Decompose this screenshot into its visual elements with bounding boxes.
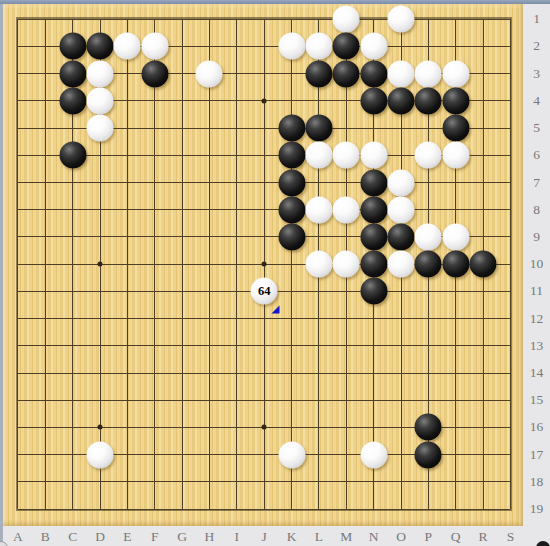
intersection-D19[interactable] [86,496,113,523]
intersection-M13[interactable] [333,332,360,359]
intersection-O9[interactable] [387,223,414,250]
intersection-B15[interactable] [32,387,59,414]
intersection-C7[interactable] [59,169,86,196]
intersection-S15[interactable] [497,387,524,414]
intersection-E19[interactable] [114,496,141,523]
intersection-B1[interactable] [32,6,59,33]
intersection-K4[interactable] [278,87,305,114]
intersection-G7[interactable] [168,169,195,196]
intersection-D9[interactable] [86,223,113,250]
intersection-G16[interactable] [168,414,195,441]
intersection-K6[interactable] [278,142,305,169]
intersection-E4[interactable] [114,87,141,114]
intersection-G3[interactable] [168,60,195,87]
intersection-M15[interactable] [333,387,360,414]
intersection-B7[interactable] [32,169,59,196]
intersection-D2[interactable] [86,33,113,60]
intersection-J8[interactable] [251,196,278,223]
intersection-I9[interactable] [223,223,250,250]
intersection-G13[interactable] [168,332,195,359]
intersection-C2[interactable] [59,33,86,60]
intersection-J9[interactable] [251,223,278,250]
intersection-Q4[interactable] [442,87,469,114]
intersection-O8[interactable] [387,196,414,223]
intersection-S6[interactable] [497,142,524,169]
intersection-K5[interactable] [278,114,305,141]
intersection-C13[interactable] [59,332,86,359]
intersection-I1[interactable] [223,6,250,33]
intersection-B12[interactable] [32,305,59,332]
intersection-A12[interactable] [4,305,31,332]
intersection-I2[interactable] [223,33,250,60]
intersection-G18[interactable] [168,468,195,495]
intersection-A3[interactable] [4,60,31,87]
intersection-D15[interactable] [86,387,113,414]
intersection-N18[interactable] [360,468,387,495]
intersection-A19[interactable] [4,496,31,523]
intersection-D7[interactable] [86,169,113,196]
intersection-I18[interactable] [223,468,250,495]
intersection-O3[interactable] [387,60,414,87]
intersection-M18[interactable] [333,468,360,495]
intersection-C3[interactable] [59,60,86,87]
intersection-R15[interactable] [469,387,496,414]
intersection-C18[interactable] [59,468,86,495]
intersection-E14[interactable] [114,359,141,386]
intersection-F13[interactable] [141,332,168,359]
intersection-N11[interactable] [360,278,387,305]
intersection-I3[interactable] [223,60,250,87]
intersection-E8[interactable] [114,196,141,223]
intersection-C15[interactable] [59,387,86,414]
intersection-O14[interactable] [387,359,414,386]
intersection-B2[interactable] [32,33,59,60]
intersection-I12[interactable] [223,305,250,332]
intersection-A16[interactable] [4,414,31,441]
intersection-L11[interactable] [305,278,332,305]
intersection-B3[interactable] [32,60,59,87]
intersection-P1[interactable] [415,6,442,33]
intersection-S14[interactable] [497,359,524,386]
intersection-L1[interactable] [305,6,332,33]
intersection-R17[interactable] [469,441,496,468]
intersection-O4[interactable] [387,87,414,114]
intersection-K17[interactable] [278,441,305,468]
intersection-B4[interactable] [32,87,59,114]
intersection-C16[interactable] [59,414,86,441]
intersection-C5[interactable] [59,114,86,141]
intersection-E1[interactable] [114,6,141,33]
intersection-F14[interactable] [141,359,168,386]
intersection-H18[interactable] [196,468,223,495]
intersection-M12[interactable] [333,305,360,332]
intersection-K2[interactable] [278,33,305,60]
intersection-N6[interactable] [360,142,387,169]
intersection-E16[interactable] [114,414,141,441]
intersection-Q2[interactable] [442,33,469,60]
intersection-H10[interactable] [196,251,223,278]
intersection-A4[interactable] [4,87,31,114]
intersection-G14[interactable] [168,359,195,386]
intersection-K14[interactable] [278,359,305,386]
intersection-Q11[interactable] [442,278,469,305]
intersection-O19[interactable] [387,496,414,523]
intersection-M8[interactable] [333,196,360,223]
intersection-S8[interactable] [497,196,524,223]
intersection-H5[interactable] [196,114,223,141]
intersection-P15[interactable] [415,387,442,414]
intersection-I19[interactable] [223,496,250,523]
intersection-Q13[interactable] [442,332,469,359]
intersection-A18[interactable] [4,468,31,495]
intersection-K10[interactable] [278,251,305,278]
intersection-Q16[interactable] [442,414,469,441]
intersection-A13[interactable] [4,332,31,359]
intersection-I13[interactable] [223,332,250,359]
intersection-H8[interactable] [196,196,223,223]
intersection-P11[interactable] [415,278,442,305]
intersection-S17[interactable] [497,441,524,468]
intersection-L3[interactable] [305,60,332,87]
intersection-S10[interactable] [497,251,524,278]
intersection-B10[interactable] [32,251,59,278]
intersection-L18[interactable] [305,468,332,495]
intersection-J19[interactable] [251,496,278,523]
intersection-B14[interactable] [32,359,59,386]
intersection-M17[interactable] [333,441,360,468]
intersection-E17[interactable] [114,441,141,468]
intersection-R8[interactable] [469,196,496,223]
intersection-B18[interactable] [32,468,59,495]
intersection-J11[interactable]: 64 [251,278,278,305]
intersection-K12[interactable] [278,305,305,332]
intersection-F16[interactable] [141,414,168,441]
intersection-P19[interactable] [415,496,442,523]
intersection-E5[interactable] [114,114,141,141]
intersection-P18[interactable] [415,468,442,495]
intersection-H11[interactable] [196,278,223,305]
intersection-Q10[interactable] [442,251,469,278]
intersection-F10[interactable] [141,251,168,278]
intersection-M11[interactable] [333,278,360,305]
intersection-A10[interactable] [4,251,31,278]
intersection-O5[interactable] [387,114,414,141]
intersection-Q7[interactable] [442,169,469,196]
intersection-R1[interactable] [469,6,496,33]
intersection-H14[interactable] [196,359,223,386]
intersection-S5[interactable] [497,114,524,141]
intersection-S9[interactable] [497,223,524,250]
intersection-C12[interactable] [59,305,86,332]
intersection-K18[interactable] [278,468,305,495]
intersection-Q19[interactable] [442,496,469,523]
intersection-J6[interactable] [251,142,278,169]
intersection-Q15[interactable] [442,387,469,414]
intersection-R9[interactable] [469,223,496,250]
intersection-O16[interactable] [387,414,414,441]
intersection-J13[interactable] [251,332,278,359]
intersection-P5[interactable] [415,114,442,141]
intersection-F1[interactable] [141,6,168,33]
intersection-P7[interactable] [415,169,442,196]
intersection-Q1[interactable] [442,6,469,33]
intersection-L8[interactable] [305,196,332,223]
intersection-R10[interactable] [469,251,496,278]
intersection-S2[interactable] [497,33,524,60]
intersection-E11[interactable] [114,278,141,305]
intersection-E13[interactable] [114,332,141,359]
intersection-P4[interactable] [415,87,442,114]
intersection-L5[interactable] [305,114,332,141]
intersection-O1[interactable] [387,6,414,33]
intersection-G15[interactable] [168,387,195,414]
intersection-E7[interactable] [114,169,141,196]
intersection-D16[interactable] [86,414,113,441]
intersection-O2[interactable] [387,33,414,60]
intersection-R2[interactable] [469,33,496,60]
intersection-F12[interactable] [141,305,168,332]
intersection-M19[interactable] [333,496,360,523]
intersection-H13[interactable] [196,332,223,359]
intersection-K11[interactable] [278,278,305,305]
intersection-J14[interactable] [251,359,278,386]
intersection-J7[interactable] [251,169,278,196]
intersection-M7[interactable] [333,169,360,196]
intersection-E6[interactable] [114,142,141,169]
intersection-O18[interactable] [387,468,414,495]
intersection-G17[interactable] [168,441,195,468]
intersection-C4[interactable] [59,87,86,114]
intersection-I6[interactable] [223,142,250,169]
intersection-A7[interactable] [4,169,31,196]
intersection-C8[interactable] [59,196,86,223]
intersection-N17[interactable] [360,441,387,468]
intersection-B8[interactable] [32,196,59,223]
intersection-I14[interactable] [223,359,250,386]
intersection-F19[interactable] [141,496,168,523]
intersection-H4[interactable] [196,87,223,114]
intersection-M9[interactable] [333,223,360,250]
intersection-A17[interactable] [4,441,31,468]
intersection-N1[interactable] [360,6,387,33]
intersection-K8[interactable] [278,196,305,223]
intersection-B9[interactable] [32,223,59,250]
intersection-P17[interactable] [415,441,442,468]
intersection-M5[interactable] [333,114,360,141]
intersection-H12[interactable] [196,305,223,332]
intersection-J5[interactable] [251,114,278,141]
intersection-F11[interactable] [141,278,168,305]
intersection-I7[interactable] [223,169,250,196]
intersection-E18[interactable] [114,468,141,495]
intersection-E2[interactable] [114,33,141,60]
intersection-M6[interactable] [333,142,360,169]
intersection-K7[interactable] [278,169,305,196]
intersection-G8[interactable] [168,196,195,223]
intersection-F3[interactable] [141,60,168,87]
intersection-D17[interactable] [86,441,113,468]
intersection-S13[interactable] [497,332,524,359]
intersection-N4[interactable] [360,87,387,114]
intersection-Q17[interactable] [442,441,469,468]
intersection-Q12[interactable] [442,305,469,332]
intersection-C1[interactable] [59,6,86,33]
intersection-O6[interactable] [387,142,414,169]
intersection-J15[interactable] [251,387,278,414]
intersection-E15[interactable] [114,387,141,414]
intersection-P13[interactable] [415,332,442,359]
intersection-D6[interactable] [86,142,113,169]
intersection-O17[interactable] [387,441,414,468]
intersection-E12[interactable] [114,305,141,332]
intersection-H2[interactable] [196,33,223,60]
intersection-G10[interactable] [168,251,195,278]
intersection-I4[interactable] [223,87,250,114]
intersection-E3[interactable] [114,60,141,87]
intersection-D1[interactable] [86,6,113,33]
intersection-L9[interactable] [305,223,332,250]
intersection-N9[interactable] [360,223,387,250]
intersection-B6[interactable] [32,142,59,169]
intersection-G12[interactable] [168,305,195,332]
intersection-D3[interactable] [86,60,113,87]
intersection-O13[interactable] [387,332,414,359]
intersection-H15[interactable] [196,387,223,414]
intersection-A9[interactable] [4,223,31,250]
intersection-I16[interactable] [223,414,250,441]
intersection-G5[interactable] [168,114,195,141]
intersection-Q9[interactable] [442,223,469,250]
intersection-P6[interactable] [415,142,442,169]
intersection-K19[interactable] [278,496,305,523]
intersection-J10[interactable] [251,251,278,278]
intersection-N8[interactable] [360,196,387,223]
intersection-L17[interactable] [305,441,332,468]
intersection-F17[interactable] [141,441,168,468]
intersection-H6[interactable] [196,142,223,169]
intersection-E9[interactable] [114,223,141,250]
intersection-R13[interactable] [469,332,496,359]
intersection-P8[interactable] [415,196,442,223]
intersection-G4[interactable] [168,87,195,114]
intersection-J1[interactable] [251,6,278,33]
intersection-P2[interactable] [415,33,442,60]
intersection-Q8[interactable] [442,196,469,223]
intersection-K15[interactable] [278,387,305,414]
intersection-O15[interactable] [387,387,414,414]
intersection-G19[interactable] [168,496,195,523]
intersection-N15[interactable] [360,387,387,414]
intersection-I5[interactable] [223,114,250,141]
intersection-M10[interactable] [333,251,360,278]
intersection-Q6[interactable] [442,142,469,169]
intersection-A8[interactable] [4,196,31,223]
intersection-P3[interactable] [415,60,442,87]
intersection-R3[interactable] [469,60,496,87]
intersection-B17[interactable] [32,441,59,468]
intersection-J17[interactable] [251,441,278,468]
intersection-P9[interactable] [415,223,442,250]
intersection-Q5[interactable] [442,114,469,141]
intersection-M1[interactable] [333,6,360,33]
intersection-N7[interactable] [360,169,387,196]
intersection-D13[interactable] [86,332,113,359]
intersection-L12[interactable] [305,305,332,332]
intersection-R14[interactable] [469,359,496,386]
intersection-G6[interactable] [168,142,195,169]
intersection-B13[interactable] [32,332,59,359]
intersection-M4[interactable] [333,87,360,114]
intersection-P16[interactable] [415,414,442,441]
intersection-F4[interactable] [141,87,168,114]
intersection-K1[interactable] [278,6,305,33]
intersection-C17[interactable] [59,441,86,468]
intersection-R7[interactable] [469,169,496,196]
intersection-D4[interactable] [86,87,113,114]
intersection-D18[interactable] [86,468,113,495]
intersection-D12[interactable] [86,305,113,332]
intersection-N12[interactable] [360,305,387,332]
intersection-C6[interactable] [59,142,86,169]
intersection-B5[interactable] [32,114,59,141]
intersection-N13[interactable] [360,332,387,359]
intersection-N10[interactable] [360,251,387,278]
intersection-F7[interactable] [141,169,168,196]
intersection-A6[interactable] [4,142,31,169]
intersection-L13[interactable] [305,332,332,359]
intersection-N16[interactable] [360,414,387,441]
intersection-F9[interactable] [141,223,168,250]
intersection-C14[interactable] [59,359,86,386]
intersection-N3[interactable] [360,60,387,87]
intersection-C11[interactable] [59,278,86,305]
intersection-A5[interactable] [4,114,31,141]
intersection-I10[interactable] [223,251,250,278]
intersection-H9[interactable] [196,223,223,250]
intersection-K9[interactable] [278,223,305,250]
intersection-F5[interactable] [141,114,168,141]
intersection-D11[interactable] [86,278,113,305]
intersection-O11[interactable] [387,278,414,305]
intersection-L16[interactable] [305,414,332,441]
intersection-A14[interactable] [4,359,31,386]
intersection-K16[interactable] [278,414,305,441]
intersection-G11[interactable] [168,278,195,305]
intersection-R19[interactable] [469,496,496,523]
intersection-R6[interactable] [469,142,496,169]
intersection-H7[interactable] [196,169,223,196]
intersection-A15[interactable] [4,387,31,414]
intersection-F2[interactable] [141,33,168,60]
intersection-S11[interactable] [497,278,524,305]
intersection-R5[interactable] [469,114,496,141]
intersection-S3[interactable] [497,60,524,87]
intersection-Q18[interactable] [442,468,469,495]
intersection-L2[interactable] [305,33,332,60]
intersection-I8[interactable] [223,196,250,223]
intersection-A11[interactable] [4,278,31,305]
intersection-G9[interactable] [168,223,195,250]
intersection-K13[interactable] [278,332,305,359]
intersection-S1[interactable] [497,6,524,33]
intersection-N14[interactable] [360,359,387,386]
intersection-S19[interactable] [497,496,524,523]
intersection-P12[interactable] [415,305,442,332]
intersection-L6[interactable] [305,142,332,169]
intersection-J16[interactable] [251,414,278,441]
intersection-M2[interactable] [333,33,360,60]
intersection-B19[interactable] [32,496,59,523]
